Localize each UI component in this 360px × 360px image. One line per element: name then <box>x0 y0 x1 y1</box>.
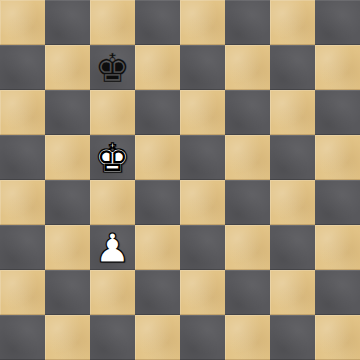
square-d6[interactable] <box>135 90 180 135</box>
square-c4[interactable] <box>90 180 135 225</box>
square-c8[interactable] <box>90 0 135 45</box>
square-e3[interactable] <box>180 225 225 270</box>
square-b5[interactable] <box>45 135 90 180</box>
square-a8[interactable] <box>0 0 45 45</box>
square-d1[interactable] <box>135 315 180 360</box>
square-g4[interactable] <box>270 180 315 225</box>
square-g2[interactable] <box>270 270 315 315</box>
square-e1[interactable] <box>180 315 225 360</box>
square-d4[interactable] <box>135 180 180 225</box>
square-c6[interactable] <box>90 90 135 135</box>
square-b7[interactable] <box>45 45 90 90</box>
square-f8[interactable] <box>225 0 270 45</box>
square-d5[interactable] <box>135 135 180 180</box>
square-f5[interactable] <box>225 135 270 180</box>
square-d8[interactable] <box>135 0 180 45</box>
square-h2[interactable] <box>315 270 360 315</box>
square-b4[interactable] <box>45 180 90 225</box>
white-king[interactable]: ♚ <box>90 135 135 180</box>
square-h7[interactable] <box>315 45 360 90</box>
square-e6[interactable] <box>180 90 225 135</box>
square-e7[interactable] <box>180 45 225 90</box>
square-g7[interactable] <box>270 45 315 90</box>
square-g1[interactable] <box>270 315 315 360</box>
square-c2[interactable] <box>90 270 135 315</box>
square-f1[interactable] <box>225 315 270 360</box>
square-b2[interactable] <box>45 270 90 315</box>
square-h4[interactable] <box>315 180 360 225</box>
square-d3[interactable] <box>135 225 180 270</box>
square-g3[interactable] <box>270 225 315 270</box>
square-b6[interactable] <box>45 90 90 135</box>
square-e8[interactable] <box>180 0 225 45</box>
square-f7[interactable] <box>225 45 270 90</box>
square-b8[interactable] <box>45 0 90 45</box>
square-c1[interactable] <box>90 315 135 360</box>
square-a1[interactable] <box>0 315 45 360</box>
square-f4[interactable] <box>225 180 270 225</box>
square-e4[interactable] <box>180 180 225 225</box>
square-h6[interactable] <box>315 90 360 135</box>
square-b3[interactable] <box>45 225 90 270</box>
square-a4[interactable] <box>0 180 45 225</box>
square-c3[interactable]: ♟ <box>90 225 135 270</box>
square-d2[interactable] <box>135 270 180 315</box>
black-king[interactable]: ♚ <box>90 45 135 90</box>
square-h1[interactable] <box>315 315 360 360</box>
square-g6[interactable] <box>270 90 315 135</box>
square-f6[interactable] <box>225 90 270 135</box>
square-a6[interactable] <box>0 90 45 135</box>
square-d7[interactable] <box>135 45 180 90</box>
square-a3[interactable] <box>0 225 45 270</box>
square-c7[interactable]: ♚ <box>90 45 135 90</box>
square-e5[interactable] <box>180 135 225 180</box>
square-g8[interactable] <box>270 0 315 45</box>
square-f3[interactable] <box>225 225 270 270</box>
square-b1[interactable] <box>45 315 90 360</box>
square-f2[interactable] <box>225 270 270 315</box>
square-g5[interactable] <box>270 135 315 180</box>
chess-board: ♚♚♟ <box>0 0 360 360</box>
square-e2[interactable] <box>180 270 225 315</box>
square-h5[interactable] <box>315 135 360 180</box>
white-pawn[interactable]: ♟ <box>90 225 135 270</box>
square-h8[interactable] <box>315 0 360 45</box>
square-c5[interactable]: ♚ <box>90 135 135 180</box>
square-h3[interactable] <box>315 225 360 270</box>
square-a5[interactable] <box>0 135 45 180</box>
square-a2[interactable] <box>0 270 45 315</box>
square-a7[interactable] <box>0 45 45 90</box>
